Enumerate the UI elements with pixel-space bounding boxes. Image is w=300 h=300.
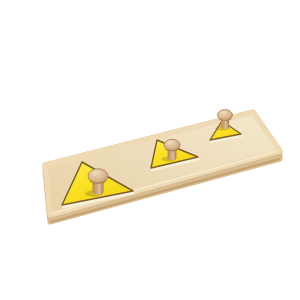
puzzle-scene <box>0 0 300 300</box>
knob-cap-small <box>218 110 233 121</box>
product-photo <box>0 0 300 300</box>
knob-cap-medium <box>164 139 180 151</box>
knob-cap-large <box>88 169 108 183</box>
